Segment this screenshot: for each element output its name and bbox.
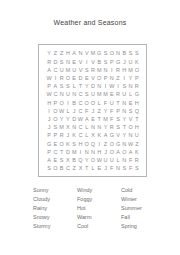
word-item: Windy xyxy=(77,186,92,195)
grid-cell-r8c15: Q xyxy=(134,107,140,115)
grid-cell-r1c15: S xyxy=(134,50,140,58)
grid-cell-r13c15: K xyxy=(134,148,140,156)
grid-cell-r5c15: R xyxy=(134,83,140,91)
grid-cell-r10c15: H xyxy=(134,124,140,132)
grid-cell-r11c15: U xyxy=(134,132,140,140)
word-item: Cool xyxy=(77,222,92,231)
page-title: Weather and Seasons xyxy=(0,19,180,26)
grid-cell-r3c15: O xyxy=(134,66,140,74)
letter-grid: YZZHANVMGSONBSSRDSNEVIVBSPGJUKACUMUVSRMN… xyxy=(46,50,140,173)
word-list-column-1: SunnyCloudyRainySnowyStormy xyxy=(33,186,50,231)
word-item: Sunny xyxy=(33,186,50,195)
grid-cell-r9c15: T xyxy=(134,116,140,124)
word-item: Hot xyxy=(77,204,92,213)
word-item: Rainy xyxy=(33,204,50,213)
word-item: Summer xyxy=(121,204,142,213)
grid-cell-r6c15: G xyxy=(134,91,140,99)
word-list-column-2: WindyFoggyHotWarmCool xyxy=(77,186,92,231)
word-item: Cold xyxy=(121,186,142,195)
grid-cell-r15c15: S xyxy=(134,165,140,173)
word-item: Cloudy xyxy=(33,195,50,204)
word-item: Spring xyxy=(121,222,142,231)
grid-cell-r7c15: H xyxy=(134,99,140,107)
word-item: Foggy xyxy=(77,195,92,204)
word-item: Warm xyxy=(77,213,92,222)
word-list-column-3: ColdWinterSummerFallSpring xyxy=(121,186,142,231)
grid-cell-r4c15: P xyxy=(134,75,140,83)
word-item: Snowy xyxy=(33,213,50,222)
grid-cell-r12c15: Z xyxy=(134,140,140,148)
grid-cell-r2c15: K xyxy=(134,58,140,66)
word-search-board: YZZHANVMGSONBSSRDSNEVIVBSPGJUKACUMUVSRMN… xyxy=(38,44,147,177)
grid-cell-r14c15: R xyxy=(134,157,140,165)
word-item: Winter xyxy=(121,195,142,204)
word-item: Stormy xyxy=(33,222,50,231)
word-item: Fall xyxy=(121,213,142,222)
